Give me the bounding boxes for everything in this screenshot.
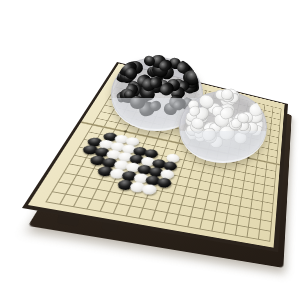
grid-cell [258,229,270,241]
go-set-photo [0,0,300,300]
black-bowl-stone [186,69,199,84]
black-bowl-stone [124,67,137,79]
white-stones-bowl [179,91,267,163]
bowl-front-glass [180,131,266,163]
